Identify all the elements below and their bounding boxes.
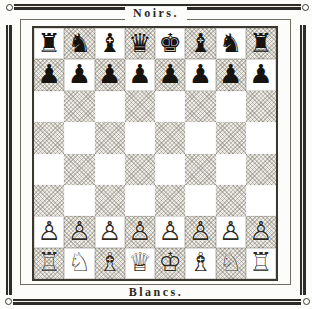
square-c8[interactable]: ♝ (95, 28, 125, 59)
square-e8[interactable]: ♚ (155, 28, 185, 59)
white-pawn-icon: ♙ (37, 218, 60, 244)
square-h8[interactable]: ♜ (246, 28, 276, 59)
black-pawn-icon: ♟ (68, 61, 91, 87)
square-c7[interactable]: ♟ (95, 59, 125, 90)
square-f7[interactable]: ♟ (185, 59, 215, 90)
black-queen-icon: ♛ (128, 30, 151, 56)
square-b2[interactable]: ♙ (64, 216, 94, 247)
black-side-label: Noirs. (125, 7, 187, 20)
square-a7[interactable]: ♟ (34, 59, 64, 90)
square-d7[interactable]: ♟ (125, 59, 155, 90)
white-bishop-icon: ♗ (98, 249, 121, 275)
square-e5[interactable] (155, 122, 185, 153)
square-g5[interactable] (216, 122, 246, 153)
square-g1[interactable]: ♘ (216, 248, 246, 279)
black-bishop-icon: ♝ (189, 30, 212, 56)
square-d4[interactable] (125, 154, 155, 185)
square-a2[interactable]: ♙ (34, 216, 64, 247)
white-pawn-icon: ♙ (68, 218, 91, 244)
white-pawn-icon: ♙ (189, 218, 212, 244)
square-b5[interactable] (64, 122, 94, 153)
square-b3[interactable] (64, 185, 94, 216)
black-knight-icon: ♞ (68, 30, 91, 56)
square-h4[interactable] (246, 154, 276, 185)
chess-diagram: Noirs. Blancs. ♜♞♝♛♚♝♞♜♟♟♟♟♟♟♟♟♙♙♙♙♙♙♙♙♖… (0, 0, 312, 309)
black-pawn-icon: ♟ (128, 61, 151, 87)
square-d5[interactable] (125, 122, 155, 153)
black-rook-icon: ♜ (37, 30, 60, 56)
square-d2[interactable]: ♙ (125, 216, 155, 247)
frame-ring-top-right-icon (302, 4, 309, 11)
square-d6[interactable] (125, 91, 155, 122)
chess-board: ♜♞♝♛♚♝♞♜♟♟♟♟♟♟♟♟♙♙♙♙♙♙♙♙♖♘♗♕♔♗♘♖ (32, 26, 278, 281)
square-e1[interactable]: ♔ (155, 248, 185, 279)
square-h2[interactable]: ♙ (246, 216, 276, 247)
square-g7[interactable]: ♟ (216, 59, 246, 90)
square-d1[interactable]: ♕ (125, 248, 155, 279)
square-b8[interactable]: ♞ (64, 28, 94, 59)
square-d8[interactable]: ♛ (125, 28, 155, 59)
black-pawn-icon: ♟ (219, 61, 242, 87)
square-a3[interactable] (34, 185, 64, 216)
frame-ring-bottom-left-icon (5, 298, 12, 305)
square-h7[interactable]: ♟ (246, 59, 276, 90)
square-c5[interactable] (95, 122, 125, 153)
square-b4[interactable] (64, 154, 94, 185)
black-pawn-icon: ♟ (189, 61, 212, 87)
square-a6[interactable] (34, 91, 64, 122)
black-bishop-icon: ♝ (98, 30, 121, 56)
square-e6[interactable] (155, 91, 185, 122)
square-f6[interactable] (185, 91, 215, 122)
square-d3[interactable] (125, 185, 155, 216)
white-pawn-icon: ♙ (128, 218, 151, 244)
square-b7[interactable]: ♟ (64, 59, 94, 90)
square-f4[interactable] (185, 154, 215, 185)
square-h3[interactable] (246, 185, 276, 216)
black-knight-icon: ♞ (219, 30, 242, 56)
square-g2[interactable]: ♙ (216, 216, 246, 247)
square-a4[interactable] (34, 154, 64, 185)
black-pawn-icon: ♟ (249, 61, 272, 87)
square-e7[interactable]: ♟ (155, 59, 185, 90)
square-g6[interactable] (216, 91, 246, 122)
square-f5[interactable] (185, 122, 215, 153)
frame-right-band (300, 25, 306, 295)
white-pawn-icon: ♙ (249, 218, 272, 244)
square-b1[interactable]: ♘ (64, 248, 94, 279)
frame-bottom-band (13, 299, 301, 305)
square-f2[interactable]: ♙ (185, 216, 215, 247)
square-e4[interactable] (155, 154, 185, 185)
square-h6[interactable] (246, 91, 276, 122)
black-pawn-icon: ♟ (37, 61, 60, 87)
frame-ring-top-left-icon (6, 4, 13, 11)
white-pawn-icon: ♙ (158, 218, 181, 244)
white-side-label: Blancs. (121, 286, 192, 299)
square-c3[interactable] (95, 185, 125, 216)
black-pawn-icon: ♟ (98, 61, 121, 87)
white-queen-icon: ♕ (128, 249, 151, 275)
square-e2[interactable]: ♙ (155, 216, 185, 247)
white-rook-icon: ♖ (37, 249, 60, 275)
square-a5[interactable] (34, 122, 64, 153)
white-pawn-icon: ♙ (98, 218, 121, 244)
square-e3[interactable] (155, 185, 185, 216)
square-f3[interactable] (185, 185, 215, 216)
black-pawn-icon: ♟ (158, 61, 181, 87)
square-b6[interactable] (64, 91, 94, 122)
white-bishop-icon: ♗ (189, 249, 212, 275)
black-rook-icon: ♜ (249, 30, 272, 56)
frame-left-band (6, 25, 12, 295)
square-g3[interactable] (216, 185, 246, 216)
square-c1[interactable]: ♗ (95, 248, 125, 279)
square-c6[interactable] (95, 91, 125, 122)
white-pawn-icon: ♙ (219, 218, 242, 244)
square-c4[interactable] (95, 154, 125, 185)
square-f8[interactable]: ♝ (185, 28, 215, 59)
square-a8[interactable]: ♜ (34, 28, 64, 59)
square-g8[interactable]: ♞ (216, 28, 246, 59)
square-c2[interactable]: ♙ (95, 216, 125, 247)
white-knight-icon: ♘ (219, 249, 242, 275)
square-a1[interactable]: ♖ (34, 248, 64, 279)
white-knight-icon: ♘ (68, 249, 91, 275)
square-h1[interactable]: ♖ (246, 248, 276, 279)
square-f1[interactable]: ♗ (185, 248, 215, 279)
square-h5[interactable] (246, 122, 276, 153)
square-g4[interactable] (216, 154, 246, 185)
white-rook-icon: ♖ (249, 249, 272, 275)
black-king-icon: ♚ (158, 30, 181, 56)
white-king-icon: ♔ (158, 249, 181, 275)
frame-ring-bottom-right-icon (303, 298, 310, 305)
